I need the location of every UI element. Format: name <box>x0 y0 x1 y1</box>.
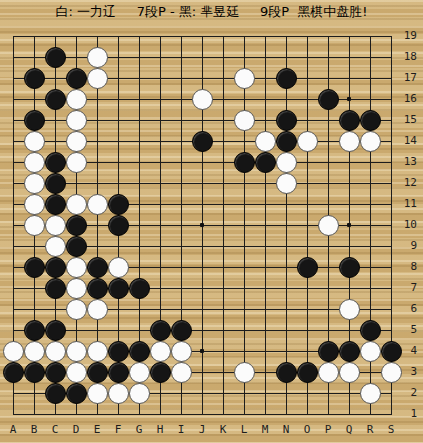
white-stone <box>87 68 108 89</box>
black-stone <box>234 152 255 173</box>
white-stone <box>150 341 171 362</box>
white-stone <box>24 131 45 152</box>
black-stone <box>276 110 297 131</box>
black-stone <box>24 320 45 341</box>
black-stone <box>24 110 45 131</box>
column-label: R <box>360 423 381 437</box>
black-stone <box>297 362 318 383</box>
black-stone <box>24 362 45 383</box>
black-stone <box>108 194 129 215</box>
column-label: O <box>297 423 318 437</box>
black-stone <box>45 47 66 68</box>
row-label: 8 <box>396 260 417 274</box>
row-label: 7 <box>396 281 417 295</box>
black-stone <box>45 320 66 341</box>
white-stone <box>66 152 87 173</box>
black-stone <box>150 320 171 341</box>
black-stone <box>108 215 129 236</box>
column-label: L <box>234 423 255 437</box>
black-stone <box>87 362 108 383</box>
black-stone <box>24 68 45 89</box>
white-stone <box>66 257 87 278</box>
white-stone <box>87 47 108 68</box>
row-label: 4 <box>396 344 417 358</box>
row-label: 9 <box>396 239 417 253</box>
column-label: K <box>213 423 234 437</box>
white-stone <box>192 89 213 110</box>
white-stone <box>66 131 87 152</box>
column-label: M <box>255 423 276 437</box>
column-label: S <box>381 423 402 437</box>
row-label: 17 <box>396 71 417 85</box>
white-stone <box>24 215 45 236</box>
star-point <box>200 223 204 227</box>
black-stone <box>192 131 213 152</box>
white-stone <box>87 383 108 404</box>
white-stone <box>108 257 129 278</box>
white-stone <box>66 194 87 215</box>
white-stone <box>3 341 24 362</box>
white-stone <box>234 362 255 383</box>
row-label: 3 <box>396 365 417 379</box>
black-stone <box>360 320 381 341</box>
black-stone <box>318 89 339 110</box>
go-kifu-viewer: 白: 一力辽 7段P - 黑: 芈昱廷 9段P 黑棋中盘胜! ABCDEFGHI… <box>0 0 423 443</box>
row-label: 14 <box>396 134 417 148</box>
column-label: J <box>192 423 213 437</box>
white-stone <box>24 341 45 362</box>
black-stone <box>339 110 360 131</box>
white-stone <box>24 152 45 173</box>
black-stone <box>276 362 297 383</box>
row-label: 10 <box>396 218 417 232</box>
row-label: 16 <box>396 92 417 106</box>
white-stone <box>129 383 150 404</box>
white-stone <box>66 299 87 320</box>
black-stone <box>255 152 276 173</box>
star-point <box>200 349 204 353</box>
white-stone <box>24 194 45 215</box>
white-stone <box>339 131 360 152</box>
white-stone <box>360 341 381 362</box>
white-stone <box>129 362 150 383</box>
white-stone <box>297 131 318 152</box>
white-stone <box>66 341 87 362</box>
white-stone <box>66 278 87 299</box>
row-label: 12 <box>396 176 417 190</box>
white-stone <box>171 362 192 383</box>
white-stone <box>45 236 66 257</box>
white-stone <box>339 299 360 320</box>
black-stone <box>297 257 318 278</box>
white-stone <box>66 362 87 383</box>
white-stone <box>87 194 108 215</box>
white-stone <box>255 131 276 152</box>
column-label: P <box>318 423 339 437</box>
black-stone <box>45 173 66 194</box>
white-stone <box>45 215 66 236</box>
black-stone <box>318 341 339 362</box>
black-stone <box>3 362 24 383</box>
column-label: E <box>87 423 108 437</box>
white-stone <box>87 341 108 362</box>
go-board <box>13 36 392 415</box>
black-stone <box>24 257 45 278</box>
white-stone <box>318 215 339 236</box>
column-label: Q <box>339 423 360 437</box>
row-label: 18 <box>396 50 417 64</box>
row-label: 6 <box>396 302 417 316</box>
column-label: D <box>66 423 87 437</box>
white-stone <box>45 341 66 362</box>
white-stone <box>108 383 129 404</box>
black-stone <box>66 236 87 257</box>
game-result-header: 白: 一力辽 7段P - 黑: 芈昱廷 9段P 黑棋中盘胜! <box>0 3 423 21</box>
white-stone <box>66 110 87 131</box>
row-label: 13 <box>396 155 417 169</box>
white-stone <box>339 362 360 383</box>
column-label: I <box>171 423 192 437</box>
column-label: F <box>108 423 129 437</box>
row-label: 1 <box>396 407 417 421</box>
black-stone <box>129 278 150 299</box>
column-label: H <box>150 423 171 437</box>
white-stone <box>171 341 192 362</box>
black-stone <box>45 257 66 278</box>
column-label: A <box>3 423 24 437</box>
black-stone <box>171 320 192 341</box>
black-stone <box>45 89 66 110</box>
white-stone <box>276 152 297 173</box>
column-label: C <box>45 423 66 437</box>
white-stone <box>360 131 381 152</box>
black-stone <box>66 383 87 404</box>
black-stone <box>45 194 66 215</box>
black-stone <box>45 278 66 299</box>
white-stone <box>360 383 381 404</box>
black-stone <box>276 131 297 152</box>
black-stone <box>339 341 360 362</box>
black-stone <box>66 215 87 236</box>
row-label: 19 <box>396 29 417 43</box>
black-stone <box>108 362 129 383</box>
white-stone <box>318 362 339 383</box>
white-stone <box>234 68 255 89</box>
white-stone <box>276 173 297 194</box>
black-stone <box>66 68 87 89</box>
black-stone <box>108 278 129 299</box>
row-label: 15 <box>396 113 417 127</box>
black-stone <box>339 257 360 278</box>
black-stone <box>150 362 171 383</box>
row-label: 11 <box>396 197 417 211</box>
column-label: G <box>129 423 150 437</box>
black-stone <box>87 257 108 278</box>
star-point <box>347 97 351 101</box>
white-stone <box>87 299 108 320</box>
row-label: 5 <box>396 323 417 337</box>
black-stone <box>108 341 129 362</box>
black-stone <box>129 341 150 362</box>
black-stone <box>45 383 66 404</box>
white-stone <box>234 110 255 131</box>
column-label: N <box>276 423 297 437</box>
black-stone <box>45 152 66 173</box>
white-stone <box>66 89 87 110</box>
black-stone <box>360 110 381 131</box>
black-stone <box>45 362 66 383</box>
star-point <box>347 223 351 227</box>
row-label: 2 <box>396 386 417 400</box>
column-label: B <box>24 423 45 437</box>
black-stone <box>87 278 108 299</box>
white-stone <box>24 173 45 194</box>
black-stone <box>276 68 297 89</box>
